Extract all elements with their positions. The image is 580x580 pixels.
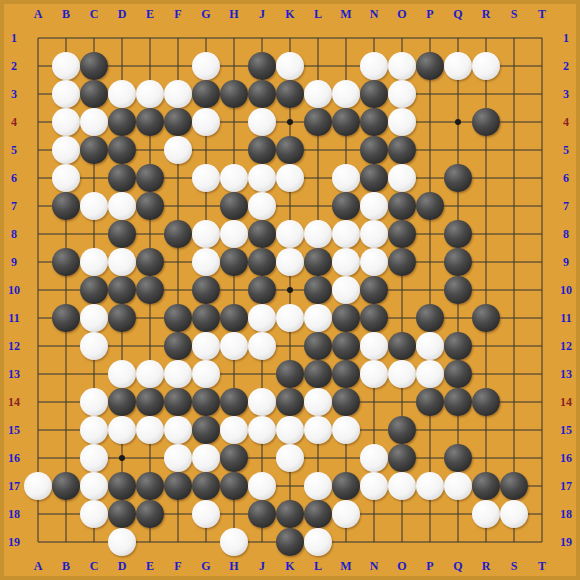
point-B7[interactable] <box>52 192 80 220</box>
point-P19[interactable] <box>416 528 444 556</box>
point-N5[interactable] <box>360 136 388 164</box>
point-Q5[interactable] <box>444 136 472 164</box>
point-R19[interactable] <box>472 528 500 556</box>
point-R6[interactable] <box>472 164 500 192</box>
point-Q4[interactable] <box>444 108 472 136</box>
point-K14[interactable] <box>276 388 304 416</box>
point-G17[interactable] <box>192 472 220 500</box>
point-M16[interactable] <box>332 444 360 472</box>
point-T2[interactable] <box>528 52 556 80</box>
point-O15[interactable] <box>388 416 416 444</box>
point-K4[interactable] <box>276 108 304 136</box>
point-D16[interactable] <box>108 444 136 472</box>
point-B11[interactable] <box>52 304 80 332</box>
point-T8[interactable] <box>528 220 556 248</box>
point-C13[interactable] <box>80 360 108 388</box>
point-F11[interactable] <box>164 304 192 332</box>
point-F5[interactable] <box>164 136 192 164</box>
point-N7[interactable] <box>360 192 388 220</box>
point-D8[interactable] <box>108 220 136 248</box>
point-E11[interactable] <box>136 304 164 332</box>
point-C19[interactable] <box>80 528 108 556</box>
point-G16[interactable] <box>192 444 220 472</box>
point-D14[interactable] <box>108 388 136 416</box>
point-S1[interactable] <box>500 24 528 52</box>
point-P7[interactable] <box>416 192 444 220</box>
point-F4[interactable] <box>164 108 192 136</box>
point-H15[interactable] <box>220 416 248 444</box>
point-A10[interactable] <box>24 276 52 304</box>
point-A5[interactable] <box>24 136 52 164</box>
point-G8[interactable] <box>192 220 220 248</box>
point-H8[interactable] <box>220 220 248 248</box>
point-C2[interactable] <box>80 52 108 80</box>
point-G14[interactable] <box>192 388 220 416</box>
point-Q19[interactable] <box>444 528 472 556</box>
point-N19[interactable] <box>360 528 388 556</box>
point-C3[interactable] <box>80 80 108 108</box>
point-M2[interactable] <box>332 52 360 80</box>
point-D13[interactable] <box>108 360 136 388</box>
point-A1[interactable] <box>24 24 52 52</box>
point-J18[interactable] <box>248 500 276 528</box>
point-R4[interactable] <box>472 108 500 136</box>
point-F17[interactable] <box>164 472 192 500</box>
point-J13[interactable] <box>248 360 276 388</box>
point-L2[interactable] <box>304 52 332 80</box>
point-H5[interactable] <box>220 136 248 164</box>
point-A9[interactable] <box>24 248 52 276</box>
point-N11[interactable] <box>360 304 388 332</box>
point-N6[interactable] <box>360 164 388 192</box>
point-G5[interactable] <box>192 136 220 164</box>
point-J16[interactable] <box>248 444 276 472</box>
point-F6[interactable] <box>164 164 192 192</box>
point-D9[interactable] <box>108 248 136 276</box>
point-M6[interactable] <box>332 164 360 192</box>
point-M4[interactable] <box>332 108 360 136</box>
point-O7[interactable] <box>388 192 416 220</box>
point-S15[interactable] <box>500 416 528 444</box>
point-P10[interactable] <box>416 276 444 304</box>
point-T7[interactable] <box>528 192 556 220</box>
point-R3[interactable] <box>472 80 500 108</box>
point-A11[interactable] <box>24 304 52 332</box>
point-O18[interactable] <box>388 500 416 528</box>
point-G1[interactable] <box>192 24 220 52</box>
point-K2[interactable] <box>276 52 304 80</box>
point-P11[interactable] <box>416 304 444 332</box>
point-K19[interactable] <box>276 528 304 556</box>
point-P18[interactable] <box>416 500 444 528</box>
point-C8[interactable] <box>80 220 108 248</box>
point-J8[interactable] <box>248 220 276 248</box>
point-M9[interactable] <box>332 248 360 276</box>
point-Q10[interactable] <box>444 276 472 304</box>
point-A2[interactable] <box>24 52 52 80</box>
point-M10[interactable] <box>332 276 360 304</box>
point-O4[interactable] <box>388 108 416 136</box>
point-E8[interactable] <box>136 220 164 248</box>
point-S18[interactable] <box>500 500 528 528</box>
point-E15[interactable] <box>136 416 164 444</box>
point-Q16[interactable] <box>444 444 472 472</box>
point-E9[interactable] <box>136 248 164 276</box>
point-E17[interactable] <box>136 472 164 500</box>
point-K6[interactable] <box>276 164 304 192</box>
point-E1[interactable] <box>136 24 164 52</box>
point-H7[interactable] <box>220 192 248 220</box>
point-A3[interactable] <box>24 80 52 108</box>
point-R8[interactable] <box>472 220 500 248</box>
point-C6[interactable] <box>80 164 108 192</box>
point-B5[interactable] <box>52 136 80 164</box>
point-T16[interactable] <box>528 444 556 472</box>
point-P1[interactable] <box>416 24 444 52</box>
point-B12[interactable] <box>52 332 80 360</box>
point-C15[interactable] <box>80 416 108 444</box>
point-O8[interactable] <box>388 220 416 248</box>
point-O10[interactable] <box>388 276 416 304</box>
point-L19[interactable] <box>304 528 332 556</box>
point-K10[interactable] <box>276 276 304 304</box>
point-N10[interactable] <box>360 276 388 304</box>
point-B4[interactable] <box>52 108 80 136</box>
point-S9[interactable] <box>500 248 528 276</box>
point-N4[interactable] <box>360 108 388 136</box>
point-D7[interactable] <box>108 192 136 220</box>
point-Q12[interactable] <box>444 332 472 360</box>
point-D1[interactable] <box>108 24 136 52</box>
point-J1[interactable] <box>248 24 276 52</box>
point-A4[interactable] <box>24 108 52 136</box>
point-L7[interactable] <box>304 192 332 220</box>
point-G3[interactable] <box>192 80 220 108</box>
point-N17[interactable] <box>360 472 388 500</box>
point-L5[interactable] <box>304 136 332 164</box>
point-Q7[interactable] <box>444 192 472 220</box>
point-C16[interactable] <box>80 444 108 472</box>
point-Q15[interactable] <box>444 416 472 444</box>
point-P8[interactable] <box>416 220 444 248</box>
point-N18[interactable] <box>360 500 388 528</box>
point-R17[interactable] <box>472 472 500 500</box>
point-D18[interactable] <box>108 500 136 528</box>
point-B18[interactable] <box>52 500 80 528</box>
point-Q2[interactable] <box>444 52 472 80</box>
point-B8[interactable] <box>52 220 80 248</box>
point-S12[interactable] <box>500 332 528 360</box>
point-T3[interactable] <box>528 80 556 108</box>
point-H3[interactable] <box>220 80 248 108</box>
point-N3[interactable] <box>360 80 388 108</box>
point-L15[interactable] <box>304 416 332 444</box>
point-R5[interactable] <box>472 136 500 164</box>
point-C5[interactable] <box>80 136 108 164</box>
point-S16[interactable] <box>500 444 528 472</box>
point-A14[interactable] <box>24 388 52 416</box>
point-S10[interactable] <box>500 276 528 304</box>
point-E4[interactable] <box>136 108 164 136</box>
point-A6[interactable] <box>24 164 52 192</box>
point-K15[interactable] <box>276 416 304 444</box>
point-S5[interactable] <box>500 136 528 164</box>
point-S4[interactable] <box>500 108 528 136</box>
point-L18[interactable] <box>304 500 332 528</box>
point-O5[interactable] <box>388 136 416 164</box>
point-B13[interactable] <box>52 360 80 388</box>
point-J7[interactable] <box>248 192 276 220</box>
point-J17[interactable] <box>248 472 276 500</box>
point-H9[interactable] <box>220 248 248 276</box>
point-K16[interactable] <box>276 444 304 472</box>
point-B14[interactable] <box>52 388 80 416</box>
point-P5[interactable] <box>416 136 444 164</box>
point-K12[interactable] <box>276 332 304 360</box>
point-T4[interactable] <box>528 108 556 136</box>
point-O12[interactable] <box>388 332 416 360</box>
point-R2[interactable] <box>472 52 500 80</box>
point-B10[interactable] <box>52 276 80 304</box>
point-H4[interactable] <box>220 108 248 136</box>
point-T17[interactable] <box>528 472 556 500</box>
point-H11[interactable] <box>220 304 248 332</box>
point-H17[interactable] <box>220 472 248 500</box>
point-O16[interactable] <box>388 444 416 472</box>
point-E10[interactable] <box>136 276 164 304</box>
point-N13[interactable] <box>360 360 388 388</box>
point-R15[interactable] <box>472 416 500 444</box>
point-J19[interactable] <box>248 528 276 556</box>
point-C11[interactable] <box>80 304 108 332</box>
point-F19[interactable] <box>164 528 192 556</box>
point-Q3[interactable] <box>444 80 472 108</box>
point-D12[interactable] <box>108 332 136 360</box>
point-A12[interactable] <box>24 332 52 360</box>
point-F12[interactable] <box>164 332 192 360</box>
point-S17[interactable] <box>500 472 528 500</box>
point-B1[interactable] <box>52 24 80 52</box>
point-F3[interactable] <box>164 80 192 108</box>
point-G18[interactable] <box>192 500 220 528</box>
point-E16[interactable] <box>136 444 164 472</box>
point-H10[interactable] <box>220 276 248 304</box>
point-L11[interactable] <box>304 304 332 332</box>
point-F7[interactable] <box>164 192 192 220</box>
point-E5[interactable] <box>136 136 164 164</box>
point-O9[interactable] <box>388 248 416 276</box>
point-B19[interactable] <box>52 528 80 556</box>
point-J4[interactable] <box>248 108 276 136</box>
point-M18[interactable] <box>332 500 360 528</box>
point-H18[interactable] <box>220 500 248 528</box>
point-J14[interactable] <box>248 388 276 416</box>
point-M19[interactable] <box>332 528 360 556</box>
point-O2[interactable] <box>388 52 416 80</box>
point-K8[interactable] <box>276 220 304 248</box>
point-C7[interactable] <box>80 192 108 220</box>
point-E13[interactable] <box>136 360 164 388</box>
point-S13[interactable] <box>500 360 528 388</box>
point-R11[interactable] <box>472 304 500 332</box>
point-T10[interactable] <box>528 276 556 304</box>
point-Q14[interactable] <box>444 388 472 416</box>
point-G11[interactable] <box>192 304 220 332</box>
point-L3[interactable] <box>304 80 332 108</box>
point-R18[interactable] <box>472 500 500 528</box>
point-P3[interactable] <box>416 80 444 108</box>
point-S3[interactable] <box>500 80 528 108</box>
point-B6[interactable] <box>52 164 80 192</box>
point-R10[interactable] <box>472 276 500 304</box>
point-M15[interactable] <box>332 416 360 444</box>
point-B16[interactable] <box>52 444 80 472</box>
point-Q11[interactable] <box>444 304 472 332</box>
point-D17[interactable] <box>108 472 136 500</box>
point-J2[interactable] <box>248 52 276 80</box>
point-C1[interactable] <box>80 24 108 52</box>
point-A15[interactable] <box>24 416 52 444</box>
point-A7[interactable] <box>24 192 52 220</box>
point-S19[interactable] <box>500 528 528 556</box>
point-O6[interactable] <box>388 164 416 192</box>
point-N8[interactable] <box>360 220 388 248</box>
point-C10[interactable] <box>80 276 108 304</box>
point-P12[interactable] <box>416 332 444 360</box>
point-A13[interactable] <box>24 360 52 388</box>
point-L6[interactable] <box>304 164 332 192</box>
point-P2[interactable] <box>416 52 444 80</box>
point-Q9[interactable] <box>444 248 472 276</box>
point-F8[interactable] <box>164 220 192 248</box>
point-H13[interactable] <box>220 360 248 388</box>
point-H2[interactable] <box>220 52 248 80</box>
point-P16[interactable] <box>416 444 444 472</box>
point-O1[interactable] <box>388 24 416 52</box>
point-K11[interactable] <box>276 304 304 332</box>
point-K13[interactable] <box>276 360 304 388</box>
point-E7[interactable] <box>136 192 164 220</box>
point-K7[interactable] <box>276 192 304 220</box>
point-E18[interactable] <box>136 500 164 528</box>
point-T19[interactable] <box>528 528 556 556</box>
point-E6[interactable] <box>136 164 164 192</box>
point-Q1[interactable] <box>444 24 472 52</box>
point-F18[interactable] <box>164 500 192 528</box>
point-E2[interactable] <box>136 52 164 80</box>
point-C12[interactable] <box>80 332 108 360</box>
point-L8[interactable] <box>304 220 332 248</box>
point-E19[interactable] <box>136 528 164 556</box>
point-D3[interactable] <box>108 80 136 108</box>
point-K9[interactable] <box>276 248 304 276</box>
point-B3[interactable] <box>52 80 80 108</box>
point-D19[interactable] <box>108 528 136 556</box>
point-C17[interactable] <box>80 472 108 500</box>
point-S14[interactable] <box>500 388 528 416</box>
point-G12[interactable] <box>192 332 220 360</box>
point-Q13[interactable] <box>444 360 472 388</box>
point-G7[interactable] <box>192 192 220 220</box>
point-A17[interactable] <box>24 472 52 500</box>
point-K17[interactable] <box>276 472 304 500</box>
point-E12[interactable] <box>136 332 164 360</box>
point-S7[interactable] <box>500 192 528 220</box>
point-J5[interactable] <box>248 136 276 164</box>
point-C4[interactable] <box>80 108 108 136</box>
point-O13[interactable] <box>388 360 416 388</box>
point-O3[interactable] <box>388 80 416 108</box>
point-O17[interactable] <box>388 472 416 500</box>
point-F15[interactable] <box>164 416 192 444</box>
point-T6[interactable] <box>528 164 556 192</box>
point-T14[interactable] <box>528 388 556 416</box>
point-L14[interactable] <box>304 388 332 416</box>
point-K18[interactable] <box>276 500 304 528</box>
point-E3[interactable] <box>136 80 164 108</box>
point-S2[interactable] <box>500 52 528 80</box>
point-N2[interactable] <box>360 52 388 80</box>
point-N12[interactable] <box>360 332 388 360</box>
point-M11[interactable] <box>332 304 360 332</box>
point-T9[interactable] <box>528 248 556 276</box>
point-P15[interactable] <box>416 416 444 444</box>
point-F16[interactable] <box>164 444 192 472</box>
point-H6[interactable] <box>220 164 248 192</box>
point-F10[interactable] <box>164 276 192 304</box>
point-F14[interactable] <box>164 388 192 416</box>
point-Q8[interactable] <box>444 220 472 248</box>
point-Q6[interactable] <box>444 164 472 192</box>
point-M13[interactable] <box>332 360 360 388</box>
point-R7[interactable] <box>472 192 500 220</box>
point-P9[interactable] <box>416 248 444 276</box>
point-A16[interactable] <box>24 444 52 472</box>
point-D4[interactable] <box>108 108 136 136</box>
point-C9[interactable] <box>80 248 108 276</box>
point-L4[interactable] <box>304 108 332 136</box>
point-L9[interactable] <box>304 248 332 276</box>
point-F1[interactable] <box>164 24 192 52</box>
point-J6[interactable] <box>248 164 276 192</box>
point-D5[interactable] <box>108 136 136 164</box>
point-O19[interactable] <box>388 528 416 556</box>
point-B15[interactable] <box>52 416 80 444</box>
point-D6[interactable] <box>108 164 136 192</box>
point-F2[interactable] <box>164 52 192 80</box>
point-J9[interactable] <box>248 248 276 276</box>
point-S8[interactable] <box>500 220 528 248</box>
point-M7[interactable] <box>332 192 360 220</box>
point-B2[interactable] <box>52 52 80 80</box>
point-P4[interactable] <box>416 108 444 136</box>
point-R1[interactable] <box>472 24 500 52</box>
point-C14[interactable] <box>80 388 108 416</box>
point-T11[interactable] <box>528 304 556 332</box>
point-J12[interactable] <box>248 332 276 360</box>
point-R9[interactable] <box>472 248 500 276</box>
point-N9[interactable] <box>360 248 388 276</box>
point-H16[interactable] <box>220 444 248 472</box>
point-R16[interactable] <box>472 444 500 472</box>
point-K1[interactable] <box>276 24 304 52</box>
point-D2[interactable] <box>108 52 136 80</box>
point-C18[interactable] <box>80 500 108 528</box>
point-M14[interactable] <box>332 388 360 416</box>
point-O14[interactable] <box>388 388 416 416</box>
point-G15[interactable] <box>192 416 220 444</box>
point-T5[interactable] <box>528 136 556 164</box>
